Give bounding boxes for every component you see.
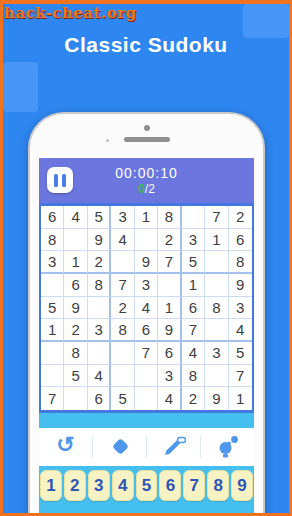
sudoku-cell-r6c2[interactable]: 2: [64, 319, 87, 342]
undo-button[interactable]: ↺: [51, 432, 81, 462]
sudoku-cell-r9c6[interactable]: 4: [158, 387, 181, 410]
sudoku-cell-r8c3[interactable]: 4: [88, 365, 111, 388]
sudoku-cell-r6c8[interactable]: [205, 319, 228, 342]
sudoku-cell-r6c1[interactable]: 1: [41, 319, 64, 342]
sudoku-cell-r3c8[interactable]: [205, 251, 228, 274]
sudoku-cell-r7c7[interactable]: 4: [182, 342, 205, 365]
sudoku-cell-r1c3[interactable]: 5: [88, 206, 111, 229]
sudoku-cell-r8c5[interactable]: [135, 365, 158, 388]
sudoku-cell-r7c3[interactable]: [88, 342, 111, 365]
sudoku-cell-r6c7[interactable]: 7: [182, 319, 205, 342]
sudoku-cell-r9c4[interactable]: 5: [111, 387, 134, 410]
sudoku-cell-r5c6[interactable]: 1: [158, 297, 181, 320]
sudoku-cell-r2c3[interactable]: 9: [88, 229, 111, 252]
sudoku-cell-r4c9[interactable]: 9: [229, 274, 252, 297]
number-key-6[interactable]: 6: [159, 470, 181, 501]
sudoku-cell-r3c5[interactable]: 9: [135, 251, 158, 274]
sudoku-cell-r9c3[interactable]: 6: [88, 387, 111, 410]
eraser-icon: [108, 435, 132, 459]
sudoku-cell-r4c4[interactable]: 7: [111, 274, 134, 297]
sudoku-cell-r8c9[interactable]: 7: [229, 365, 252, 388]
sudoku-cell-r4c5[interactable]: 3: [135, 274, 158, 297]
sudoku-cell-r5c1[interactable]: 5: [41, 297, 64, 320]
sudoku-cell-r3c3[interactable]: 2: [88, 251, 111, 274]
number-key-8[interactable]: 8: [207, 470, 229, 501]
sudoku-cell-r8c7[interactable]: 8: [182, 365, 205, 388]
toolbar-divider: [200, 436, 201, 458]
sudoku-cell-r6c4[interactable]: 8: [111, 319, 134, 342]
sudoku-cell-r6c3[interactable]: 3: [88, 319, 111, 342]
sudoku-cell-r2c5[interactable]: [135, 229, 158, 252]
sudoku-cell-r4c2[interactable]: 6: [64, 274, 87, 297]
sudoku-cell-r2c4[interactable]: 4: [111, 229, 134, 252]
sudoku-cell-r9c9[interactable]: 1: [229, 387, 252, 410]
number-key-5[interactable]: 5: [136, 470, 158, 501]
toolbar: ↺: [39, 428, 254, 466]
number-key-2[interactable]: 2: [64, 470, 86, 501]
sudoku-cell-r3c4[interactable]: [111, 251, 134, 274]
sudoku-cell-r7c6[interactable]: 6: [158, 342, 181, 365]
sudoku-cell-r4c7[interactable]: 1: [182, 274, 205, 297]
phone-speaker: [124, 137, 170, 142]
sudoku-cell-r7c1[interactable]: [41, 342, 64, 365]
sudoku-cell-r7c4[interactable]: [111, 342, 134, 365]
number-key-9[interactable]: 9: [231, 470, 253, 501]
sudoku-cell-r9c7[interactable]: 2: [182, 387, 205, 410]
number-key-1[interactable]: 1: [40, 470, 62, 501]
sudoku-cell-r4c8[interactable]: [205, 274, 228, 297]
sudoku-cell-r5c7[interactable]: 6: [182, 297, 205, 320]
sudoku-cell-r2c1[interactable]: 8: [41, 229, 64, 252]
decor-square-left: [3, 62, 38, 112]
sudoku-cell-r9c5[interactable]: [135, 387, 158, 410]
sudoku-cell-r1c8[interactable]: 7: [205, 206, 228, 229]
number-key-4[interactable]: 4: [112, 470, 134, 501]
sudoku-cell-r5c5[interactable]: 4: [135, 297, 158, 320]
sudoku-cell-r2c2[interactable]: [64, 229, 87, 252]
hint-bulb-icon: [216, 434, 240, 460]
eraser-button[interactable]: [105, 432, 135, 462]
sudoku-cell-r2c6[interactable]: 2: [158, 229, 181, 252]
phone-camera-dot: [144, 125, 150, 131]
sudoku-cell-r1c7[interactable]: [182, 206, 205, 229]
sudoku-cell-r9c1[interactable]: 7: [41, 387, 64, 410]
sudoku-cell-r9c2[interactable]: [64, 387, 87, 410]
sudoku-cell-r2c8[interactable]: 1: [205, 229, 228, 252]
sudoku-cell-r2c7[interactable]: 3: [182, 229, 205, 252]
sudoku-cell-r8c6[interactable]: 3: [158, 365, 181, 388]
sudoku-cell-r1c4[interactable]: 3: [111, 206, 134, 229]
sudoku-cell-r1c6[interactable]: 8: [158, 206, 181, 229]
sudoku-cell-r7c8[interactable]: 3: [205, 342, 228, 365]
sudoku-cell-r7c5[interactable]: 7: [135, 342, 158, 365]
number-key-3[interactable]: 3: [88, 470, 110, 501]
sudoku-cell-r5c4[interactable]: 2: [111, 297, 134, 320]
sudoku-cell-r6c6[interactable]: 9: [158, 319, 181, 342]
number-key-7[interactable]: 7: [183, 470, 205, 501]
sudoku-cell-r5c2[interactable]: 9: [64, 297, 87, 320]
sudoku-cell-r7c9[interactable]: 5: [229, 342, 252, 365]
sudoku-grid: 6453187289423163129758687319592416831238…: [39, 203, 254, 413]
sudoku-cell-r5c3[interactable]: [88, 297, 111, 320]
undo-icon: ↺: [56, 434, 74, 456]
mistake-max: /2: [145, 182, 155, 196]
sudoku-cell-r3c2[interactable]: 1: [64, 251, 87, 274]
sudoku-cell-r1c1[interactable]: 6: [41, 206, 64, 229]
mistake-current: 0: [138, 182, 145, 196]
sudoku-cell-r6c9[interactable]: 4: [229, 319, 252, 342]
sudoku-cell-r8c2[interactable]: 5: [64, 365, 87, 388]
sudoku-cell-r5c9[interactable]: 3: [229, 297, 252, 320]
sudoku-cell-r4c6[interactable]: [158, 274, 181, 297]
sudoku-cell-r8c1[interactable]: [41, 365, 64, 388]
sudoku-cell-r8c8[interactable]: [205, 365, 228, 388]
phone-mockup: 00:00:10 0/2 645318728942316312975868731…: [28, 112, 265, 516]
sudoku-cell-r3c9[interactable]: 8: [229, 251, 252, 274]
sudoku-cell-r3c6[interactable]: 7: [158, 251, 181, 274]
hint-button[interactable]: [213, 432, 243, 462]
toolbar-divider: [146, 436, 147, 458]
sudoku-cell-r3c7[interactable]: 5: [182, 251, 205, 274]
sudoku-cell-r4c3[interactable]: 8: [88, 274, 111, 297]
mistake-counter: 0/2: [39, 182, 254, 196]
toolbar-divider: [92, 436, 93, 458]
pencil-button[interactable]: [159, 432, 189, 462]
sudoku-cell-r7c2[interactable]: 8: [64, 342, 87, 365]
pencil-icon: [161, 435, 187, 459]
sudoku-cell-r1c5[interactable]: 1: [135, 206, 158, 229]
phone-sensor-dot: [106, 139, 109, 142]
sudoku-cell-r4c1[interactable]: [41, 274, 64, 297]
sudoku-cell-r9c8[interactable]: 9: [205, 387, 228, 410]
sudoku-cell-r8c4[interactable]: [111, 365, 134, 388]
watermark: hack-cheat.org: [4, 4, 137, 22]
page-title: Classic Sudoku: [0, 33, 292, 57]
sudoku-cell-r6c5[interactable]: 6: [135, 319, 158, 342]
game-header: 00:00:10 0/2: [39, 158, 254, 203]
sudoku-cell-r1c2[interactable]: 4: [64, 206, 87, 229]
number-keypad: 123456789: [40, 470, 253, 501]
app-screen: 00:00:10 0/2 645318728942316312975868731…: [39, 158, 254, 514]
sudoku-cell-r3c1[interactable]: 3: [41, 251, 64, 274]
sudoku-cell-r1c9[interactable]: 2: [229, 206, 252, 229]
sudoku-cell-r2c9[interactable]: 6: [229, 229, 252, 252]
timer: 00:00:10: [39, 165, 254, 181]
sudoku-cell-r5c8[interactable]: 8: [205, 297, 228, 320]
